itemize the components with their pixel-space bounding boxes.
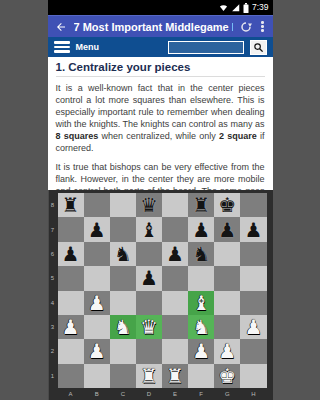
overflow-menu-button[interactable]: [259, 21, 266, 32]
white-bishop-f4: ♝: [192, 293, 210, 313]
square-f4[interactable]: ♝: [188, 291, 214, 315]
square-e5[interactable]: [162, 266, 188, 290]
white-pawn-b4: ♟: [88, 293, 106, 313]
black-bishop-d7: ♝: [140, 220, 158, 240]
magnifier-icon: [253, 42, 264, 53]
black-pawn-d5: ♟: [140, 268, 158, 288]
black-pawn-h7: ♟: [244, 220, 262, 240]
square-a4[interactable]: [58, 291, 84, 315]
square-a6[interactable]: ♟: [58, 242, 84, 266]
black-knight-c6: ♞: [114, 244, 132, 264]
battery-icon: [243, 3, 249, 13]
square-c8[interactable]: [110, 193, 136, 217]
cell-signal-icon: [231, 3, 240, 12]
square-g4[interactable]: [214, 291, 240, 315]
section-heading: 1. Centralize your pieces: [56, 61, 265, 77]
square-g5[interactable]: [214, 266, 240, 290]
square-g7[interactable]: ♟: [214, 217, 240, 241]
square-d3[interactable]: ♛: [136, 315, 162, 339]
square-c4[interactable]: [110, 291, 136, 315]
square-e7[interactable]: [162, 217, 188, 241]
square-g6[interactable]: [214, 242, 240, 266]
square-f2[interactable]: ♟: [188, 339, 214, 363]
article-content: 1. Centralize your pieces It is a well-k…: [48, 57, 273, 190]
rank-labels: 87654321: [48, 193, 58, 388]
square-e6[interactable]: ♟: [162, 242, 188, 266]
square-b2[interactable]: ♟: [84, 339, 110, 363]
black-pawn-f7: ♟: [192, 220, 210, 240]
square-f7[interactable]: ♟: [188, 217, 214, 241]
square-b7[interactable]: ♟: [84, 217, 110, 241]
black-pawn-e6: ♟: [166, 244, 184, 264]
square-h5[interactable]: [240, 266, 266, 290]
square-b3[interactable]: [84, 315, 110, 339]
chess-board-frame: 87654321 ABCDEFGH ♜♛♜♚♟♝♟♟♟♟♞♟♞♟♟♝♟♞♛♞♟♟…: [48, 190, 273, 400]
menu-label[interactable]: Menu: [76, 42, 100, 52]
status-time: 7:39: [252, 3, 269, 12]
square-c7[interactable]: [110, 217, 136, 241]
square-d1[interactable]: ♜: [136, 364, 162, 388]
refresh-button[interactable]: [240, 21, 252, 33]
square-c2[interactable]: [110, 339, 136, 363]
square-a2[interactable]: [58, 339, 84, 363]
square-f1[interactable]: [188, 364, 214, 388]
square-h4[interactable]: [240, 291, 266, 315]
black-pawn-g7: ♟: [218, 220, 236, 240]
square-c1[interactable]: [110, 364, 136, 388]
white-rook-d1: ♜: [140, 366, 158, 386]
white-pawn-a3: ♟: [62, 317, 80, 337]
black-king-g8: ♚: [218, 195, 236, 215]
black-pawn-b7: ♟: [88, 220, 106, 240]
white-knight-f3: ♞: [192, 317, 210, 337]
square-h6[interactable]: [240, 242, 266, 266]
square-g1[interactable]: ♚: [214, 364, 240, 388]
white-queen-d3: ♛: [140, 317, 158, 337]
white-pawn-b2: ♟: [88, 341, 106, 361]
square-e8[interactable]: [162, 193, 188, 217]
square-b1[interactable]: [84, 364, 110, 388]
phone-screen: 7:39 7 Most Important Middlegame Pri... …: [48, 0, 273, 400]
black-rook-a8: ♜: [62, 195, 80, 215]
square-f8[interactable]: ♜: [188, 193, 214, 217]
square-d4[interactable]: [136, 291, 162, 315]
app-bar: 7 Most Important Middlegame Pri...: [48, 15, 273, 37]
page-title: 7 Most Important Middlegame Pri...: [74, 21, 234, 33]
square-h7[interactable]: ♟: [240, 217, 266, 241]
white-knight-c3: ♞: [114, 317, 132, 337]
black-knight-f6: ♞: [192, 244, 210, 264]
menu-bar: Menu: [48, 37, 273, 57]
white-king-g1: ♚: [218, 366, 236, 386]
square-f5[interactable]: [188, 266, 214, 290]
square-a8[interactable]: ♜: [58, 193, 84, 217]
search-input[interactable]: [168, 41, 244, 54]
square-d2[interactable]: [136, 339, 162, 363]
article-paragraphs: It is a well-known fact that in the cent…: [56, 83, 265, 190]
black-rook-f8: ♜: [192, 195, 210, 215]
square-a5[interactable]: [58, 266, 84, 290]
wifi-icon: [219, 3, 228, 12]
square-b8[interactable]: [84, 193, 110, 217]
square-h1[interactable]: [240, 364, 266, 388]
square-b6[interactable]: [84, 242, 110, 266]
square-e4[interactable]: [162, 291, 188, 315]
square-g8[interactable]: ♚: [214, 193, 240, 217]
square-a1[interactable]: [58, 364, 84, 388]
square-c3[interactable]: ♞: [110, 315, 136, 339]
square-d5[interactable]: ♟: [136, 266, 162, 290]
back-button[interactable]: [55, 21, 67, 33]
black-queen-d8: ♛: [140, 195, 158, 215]
square-e1[interactable]: ♜: [162, 364, 188, 388]
white-rook-e1: ♜: [166, 366, 184, 386]
square-e3[interactable]: [162, 315, 188, 339]
hamburger-menu-icon[interactable]: [54, 41, 70, 53]
square-h3[interactable]: ♟: [240, 315, 266, 339]
square-c6[interactable]: ♞: [110, 242, 136, 266]
black-pawn-a6: ♟: [62, 244, 80, 264]
square-f3[interactable]: ♞: [188, 315, 214, 339]
square-b5[interactable]: [84, 266, 110, 290]
square-b4[interactable]: ♟: [84, 291, 110, 315]
square-e2[interactable]: [162, 339, 188, 363]
white-pawn-h3: ♟: [244, 317, 262, 337]
chess-board: ♜♛♜♚♟♝♟♟♟♟♞♟♞♟♟♝♟♞♛♞♟♟♟♟♜♜♚: [58, 193, 267, 388]
square-h8[interactable]: [240, 193, 266, 217]
square-f6[interactable]: ♞: [188, 242, 214, 266]
square-a3[interactable]: ♟: [58, 315, 84, 339]
white-pawn-g2: ♟: [218, 341, 236, 361]
white-pawn-f2: ♟: [192, 341, 210, 361]
square-c5[interactable]: [110, 266, 136, 290]
square-d6[interactable]: [136, 242, 162, 266]
square-g3[interactable]: [214, 315, 240, 339]
file-labels: ABCDEFGH: [58, 388, 267, 400]
square-d7[interactable]: ♝: [136, 217, 162, 241]
square-h2[interactable]: [240, 339, 266, 363]
status-bar: 7:39: [48, 0, 273, 15]
square-d8[interactable]: ♛: [136, 193, 162, 217]
square-g2[interactable]: ♟: [214, 339, 240, 363]
paragraph: It is a well-known fact that in the cent…: [56, 83, 265, 155]
square-a7[interactable]: [58, 217, 84, 241]
search-button[interactable]: [250, 40, 267, 55]
paragraph: It is true that bishops can be very effe…: [56, 162, 265, 190]
